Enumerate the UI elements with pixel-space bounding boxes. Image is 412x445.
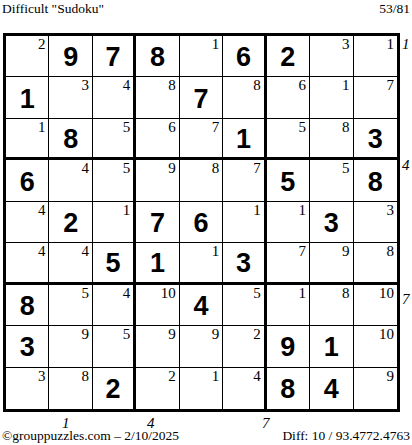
cell-r2c6[interactable]: 8 (223, 77, 266, 118)
cell-r1c5[interactable]: 1 (180, 36, 223, 77)
pencil-mark: 3 (386, 202, 394, 218)
cell-value: 9 (267, 326, 309, 366)
cell-value: 8 (136, 36, 178, 76)
cell-r7c6[interactable]: 5 (223, 285, 266, 326)
cell-value: 6 (180, 202, 222, 242)
cell-r4c3[interactable]: 5 (93, 160, 136, 201)
pencil-mark: 9 (386, 368, 394, 384)
progress-counter: 53/81 (379, 1, 410, 17)
cell-r6c2[interactable]: 4 (49, 243, 92, 284)
cell-r1c1[interactable]: 2 (6, 36, 49, 77)
pencil-mark: 6 (299, 77, 307, 93)
pencil-mark: 8 (81, 368, 89, 384)
cell-r2c2[interactable]: 3 (49, 77, 92, 118)
cell-r3c9[interactable]: 3 (354, 119, 397, 160)
pencil-mark: 2 (38, 36, 46, 52)
cell-r6c6[interactable]: 3 (223, 243, 266, 284)
pencil-mark: 5 (123, 160, 131, 176)
cell-value: 5 (93, 243, 133, 281)
cell-value: 2 (93, 368, 133, 409)
pencil-mark: 1 (123, 202, 131, 218)
pencil-mark: 10 (379, 285, 394, 301)
pencil-mark: 1 (299, 202, 307, 218)
pencil-mark: 5 (123, 326, 131, 342)
cell-value: 8 (6, 285, 48, 325)
cell-value: 1 (223, 119, 263, 157)
pencil-mark: 7 (386, 77, 394, 93)
pencil-mark: 5 (123, 119, 131, 135)
pencil-mark: 9 (212, 326, 220, 342)
cell-r7c4[interactable]: 10 (136, 285, 179, 326)
cell-r2c9[interactable]: 7 (354, 77, 397, 118)
pencil-mark: 1 (342, 77, 350, 93)
cell-r9c2[interactable]: 8 (49, 368, 92, 409)
cell-value: 9 (49, 36, 91, 76)
pencil-mark: 9 (168, 326, 176, 342)
cell-r8c3[interactable]: 5 (93, 326, 136, 367)
pencil-mark: 4 (253, 368, 261, 384)
row-label-1: 1 (402, 36, 412, 53)
cell-value: 2 (267, 36, 309, 76)
cell-value: 2 (49, 202, 91, 242)
cell-r2c4[interactable]: 8 (136, 77, 179, 118)
cell-r8c5[interactable]: 9 (180, 326, 223, 367)
cell-r3c6[interactable]: 1 (223, 119, 266, 160)
cell-r8c7[interactable]: 9 (267, 326, 310, 367)
pencil-mark: 8 (253, 77, 261, 93)
pencil-mark: 1 (253, 202, 261, 218)
cell-r1c6[interactable]: 6 (223, 36, 266, 77)
pencil-mark: 3 (81, 77, 89, 93)
cell-r7c9[interactable]: 10 (354, 285, 397, 326)
cell-r3c7[interactable]: 5 (267, 119, 310, 160)
cell-r9c9[interactable]: 9 (354, 368, 397, 409)
pencil-mark: 4 (81, 243, 89, 259)
cell-r8c2[interactable]: 9 (49, 326, 92, 367)
cell-r9c8[interactable]: 4 (310, 368, 353, 409)
cell-r1c8[interactable]: 3 (310, 36, 353, 77)
cell-r3c3[interactable]: 5 (93, 119, 136, 160)
cell-r5c4[interactable]: 7 (136, 202, 179, 243)
cell-r1c9[interactable]: 1 (354, 36, 397, 77)
pencil-mark: 1 (212, 368, 220, 384)
pencil-mark: 1 (386, 36, 394, 52)
row-label-4: 4 (402, 157, 412, 174)
pencil-mark: 8 (342, 119, 350, 135)
pencil-mark: 1 (299, 285, 307, 301)
cell-r4c7[interactable]: 5 (267, 160, 310, 201)
pencil-mark: 4 (38, 202, 46, 218)
pencil-mark: 9 (342, 243, 350, 259)
pencil-mark: 9 (168, 160, 176, 176)
footer-difficulty: Diff: 10 / 93.4772.4763 (282, 428, 410, 444)
cell-r9c1[interactable]: 3 (6, 368, 49, 409)
cell-r7c8[interactable]: 8 (310, 285, 353, 326)
pencil-mark: 3 (38, 368, 46, 384)
cell-r5c8[interactable]: 3 (310, 202, 353, 243)
cell-r9c7[interactable]: 8 (267, 368, 310, 409)
cell-r5c3[interactable]: 1 (93, 202, 136, 243)
cell-r3c8[interactable]: 8 (310, 119, 353, 160)
col-label-7: 7 (262, 415, 270, 432)
page-title: Difficult "Sudoku" (2, 1, 104, 17)
pencil-mark: 7 (253, 160, 261, 176)
cell-value: 6 (223, 36, 263, 76)
cell-r7c7[interactable]: 1 (267, 285, 310, 326)
cell-value: 3 (6, 326, 48, 366)
cell-r9c5[interactable]: 1 (180, 368, 223, 409)
pencil-mark: 1 (212, 36, 220, 52)
cell-value: 5 (267, 160, 309, 200)
cell-r6c1[interactable]: 4 (6, 243, 49, 284)
cell-value: 6 (6, 160, 48, 200)
cell-value: 7 (136, 202, 178, 242)
pencil-mark: 10 (161, 285, 176, 301)
cell-r8c1[interactable]: 3 (6, 326, 49, 367)
cell-r4c5[interactable]: 8 (180, 160, 223, 201)
sudoku-page: Difficult "Sudoku" 53/81 297816231134878… (0, 0, 412, 445)
cell-r4c6[interactable]: 7 (223, 160, 266, 201)
cell-r8c4[interactable]: 9 (136, 326, 179, 367)
cell-r3c1[interactable]: 1 (6, 119, 49, 160)
pencil-mark: 8 (342, 285, 350, 301)
cell-r5c9[interactable]: 3 (354, 202, 397, 243)
cell-r5c5[interactable]: 6 (180, 202, 223, 243)
pencil-mark: 4 (38, 243, 46, 259)
cell-r2c3[interactable]: 4 (93, 77, 136, 118)
cell-r2c1[interactable]: 1 (6, 77, 49, 118)
cell-r7c2[interactable]: 5 (49, 285, 92, 326)
cell-r8c8[interactable]: 1 (310, 326, 353, 367)
pencil-mark: 1 (212, 243, 220, 259)
pencil-mark: 2 (253, 326, 261, 342)
cell-r5c7[interactable]: 1 (267, 202, 310, 243)
cell-r1c4[interactable]: 8 (136, 36, 179, 77)
pencil-mark: 9 (81, 326, 89, 342)
cell-r5c6[interactable]: 1 (223, 202, 266, 243)
pencil-mark: 7 (212, 119, 220, 135)
cell-value: 4 (310, 368, 352, 409)
cell-value: 8 (49, 119, 91, 157)
cell-r8c9[interactable]: 10 (354, 326, 397, 367)
pencil-mark: 3 (342, 36, 350, 52)
cell-value: 3 (354, 119, 397, 157)
pencil-mark: 5 (342, 160, 350, 176)
cell-value: 3 (310, 202, 352, 242)
cell-value: 8 (354, 160, 397, 200)
cell-r6c3[interactable]: 5 (93, 243, 136, 284)
cell-r3c5[interactable]: 7 (180, 119, 223, 160)
cell-r9c3[interactable]: 2 (93, 368, 136, 409)
cell-r1c3[interactable]: 7 (93, 36, 136, 77)
pencil-mark: 8 (168, 77, 176, 93)
cell-r8c6[interactable]: 2 (223, 326, 266, 367)
pencil-mark: 4 (123, 77, 131, 93)
pencil-mark: 5 (253, 285, 261, 301)
pencil-mark: 1 (38, 119, 46, 135)
cell-r1c7[interactable]: 2 (267, 36, 310, 77)
cell-value: 1 (6, 77, 48, 117)
pencil-mark: 2 (168, 368, 176, 384)
sudoku-board: 2978162311348786171856715836459875584217… (3, 33, 400, 412)
cell-r2c8[interactable]: 1 (310, 77, 353, 118)
cell-value: 7 (180, 77, 222, 117)
cell-r9c6[interactable]: 4 (223, 368, 266, 409)
cell-value: 1 (310, 326, 352, 366)
cell-value: 8 (267, 368, 309, 409)
pencil-mark: 5 (81, 285, 89, 301)
pencil-mark: 7 (299, 243, 307, 259)
cell-r4c8[interactable]: 5 (310, 160, 353, 201)
cell-r6c8[interactable]: 9 (310, 243, 353, 284)
cell-r4c9[interactable]: 8 (354, 160, 397, 201)
cell-value: 1 (136, 243, 178, 281)
cell-r9c4[interactable]: 2 (136, 368, 179, 409)
cell-r4c1[interactable]: 6 (6, 160, 49, 201)
footer-copyright: ©grouppuzzles.com – 2/10/2025 (2, 428, 179, 444)
cell-r1c2[interactable]: 9 (49, 36, 92, 77)
cell-r6c4[interactable]: 1 (136, 243, 179, 284)
cell-r5c1[interactable]: 4 (6, 202, 49, 243)
cell-r6c7[interactable]: 7 (267, 243, 310, 284)
cell-r7c3[interactable]: 4 (93, 285, 136, 326)
row-label-7: 7 (402, 291, 412, 308)
cell-r3c4[interactable]: 6 (136, 119, 179, 160)
cell-r4c4[interactable]: 9 (136, 160, 179, 201)
pencil-mark: 8 (386, 243, 394, 259)
cell-r6c5[interactable]: 1 (180, 243, 223, 284)
pencil-mark: 5 (299, 119, 307, 135)
cell-value: 3 (223, 243, 263, 281)
cell-r3c2[interactable]: 8 (49, 119, 92, 160)
cell-r7c1[interactable]: 8 (6, 285, 49, 326)
cell-r2c7[interactable]: 6 (267, 77, 310, 118)
cell-value: 4 (180, 285, 222, 325)
cell-r2c5[interactable]: 7 (180, 77, 223, 118)
cell-r4c2[interactable]: 4 (49, 160, 92, 201)
cell-r5c2[interactable]: 2 (49, 202, 92, 243)
pencil-mark: 8 (212, 160, 220, 176)
pencil-mark: 4 (81, 160, 89, 176)
cell-value: 7 (93, 36, 133, 76)
pencil-mark: 4 (123, 285, 131, 301)
cell-r6c9[interactable]: 8 (354, 243, 397, 284)
pencil-mark: 10 (379, 326, 394, 342)
pencil-mark: 6 (168, 119, 176, 135)
cell-r7c5[interactable]: 4 (180, 285, 223, 326)
